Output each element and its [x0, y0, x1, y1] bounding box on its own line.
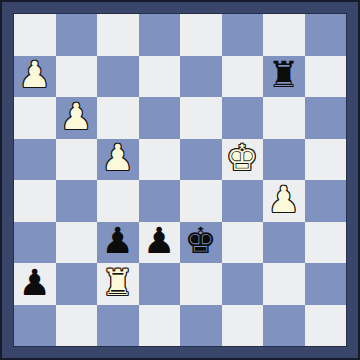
- square-g5[interactable]: [263, 139, 305, 181]
- square-a8[interactable]: [14, 14, 56, 56]
- square-e6[interactable]: [180, 97, 222, 139]
- square-d4[interactable]: [139, 180, 181, 222]
- square-g4[interactable]: ♟: [263, 180, 305, 222]
- board-frame: ♟♜♟♟♚♟♟♟♚♟♜: [0, 0, 360, 360]
- square-d7[interactable]: [139, 56, 181, 98]
- square-b6[interactable]: ♟: [56, 97, 98, 139]
- square-h4[interactable]: [305, 180, 347, 222]
- square-a1[interactable]: [14, 305, 56, 347]
- square-h5[interactable]: [305, 139, 347, 181]
- piece-black-pawn: ♟: [143, 223, 175, 259]
- square-b4[interactable]: [56, 180, 98, 222]
- square-a3[interactable]: [14, 222, 56, 264]
- square-g7[interactable]: ♜: [263, 56, 305, 98]
- square-e5[interactable]: [180, 139, 222, 181]
- square-e8[interactable]: [180, 14, 222, 56]
- square-h7[interactable]: [305, 56, 347, 98]
- square-b5[interactable]: [56, 139, 98, 181]
- square-a5[interactable]: [14, 139, 56, 181]
- square-f2[interactable]: [222, 263, 264, 305]
- square-e1[interactable]: [180, 305, 222, 347]
- square-d6[interactable]: [139, 97, 181, 139]
- square-d8[interactable]: [139, 14, 181, 56]
- piece-white-pawn: ♟: [268, 182, 300, 218]
- piece-black-pawn: ♟: [19, 265, 51, 301]
- square-b2[interactable]: [56, 263, 98, 305]
- square-e3[interactable]: ♚: [180, 222, 222, 264]
- square-e2[interactable]: [180, 263, 222, 305]
- square-h2[interactable]: [305, 263, 347, 305]
- piece-black-rook: ♜: [268, 57, 300, 93]
- square-f6[interactable]: [222, 97, 264, 139]
- square-b7[interactable]: [56, 56, 98, 98]
- square-d3[interactable]: ♟: [139, 222, 181, 264]
- square-a4[interactable]: [14, 180, 56, 222]
- piece-white-pawn: ♟: [102, 140, 134, 176]
- square-f3[interactable]: [222, 222, 264, 264]
- square-c1[interactable]: [97, 305, 139, 347]
- square-b3[interactable]: [56, 222, 98, 264]
- piece-black-king: ♚: [185, 223, 217, 259]
- square-g8[interactable]: [263, 14, 305, 56]
- square-g3[interactable]: [263, 222, 305, 264]
- square-a6[interactable]: [14, 97, 56, 139]
- square-e7[interactable]: [180, 56, 222, 98]
- square-c5[interactable]: ♟: [97, 139, 139, 181]
- chess-board: ♟♜♟♟♚♟♟♟♚♟♜: [13, 13, 347, 347]
- square-f4[interactable]: [222, 180, 264, 222]
- piece-black-pawn: ♟: [102, 223, 134, 259]
- square-h8[interactable]: [305, 14, 347, 56]
- square-e4[interactable]: [180, 180, 222, 222]
- square-h1[interactable]: [305, 305, 347, 347]
- square-g2[interactable]: [263, 263, 305, 305]
- square-c2[interactable]: ♜: [97, 263, 139, 305]
- square-d2[interactable]: [139, 263, 181, 305]
- square-d1[interactable]: [139, 305, 181, 347]
- square-b1[interactable]: [56, 305, 98, 347]
- square-c6[interactable]: [97, 97, 139, 139]
- square-a2[interactable]: ♟: [14, 263, 56, 305]
- square-a7[interactable]: ♟: [14, 56, 56, 98]
- square-g1[interactable]: [263, 305, 305, 347]
- square-c7[interactable]: [97, 56, 139, 98]
- piece-white-pawn: ♟: [60, 99, 92, 135]
- square-c8[interactable]: [97, 14, 139, 56]
- square-f8[interactable]: [222, 14, 264, 56]
- piece-white-king: ♚: [226, 140, 258, 176]
- square-g6[interactable]: [263, 97, 305, 139]
- square-f5[interactable]: ♚: [222, 139, 264, 181]
- square-b8[interactable]: [56, 14, 98, 56]
- square-h6[interactable]: [305, 97, 347, 139]
- square-c4[interactable]: [97, 180, 139, 222]
- piece-white-pawn: ♟: [19, 57, 51, 93]
- square-f7[interactable]: [222, 56, 264, 98]
- square-f1[interactable]: [222, 305, 264, 347]
- piece-white-rook: ♜: [102, 265, 134, 301]
- square-h3[interactable]: [305, 222, 347, 264]
- square-c3[interactable]: ♟: [97, 222, 139, 264]
- square-d5[interactable]: [139, 139, 181, 181]
